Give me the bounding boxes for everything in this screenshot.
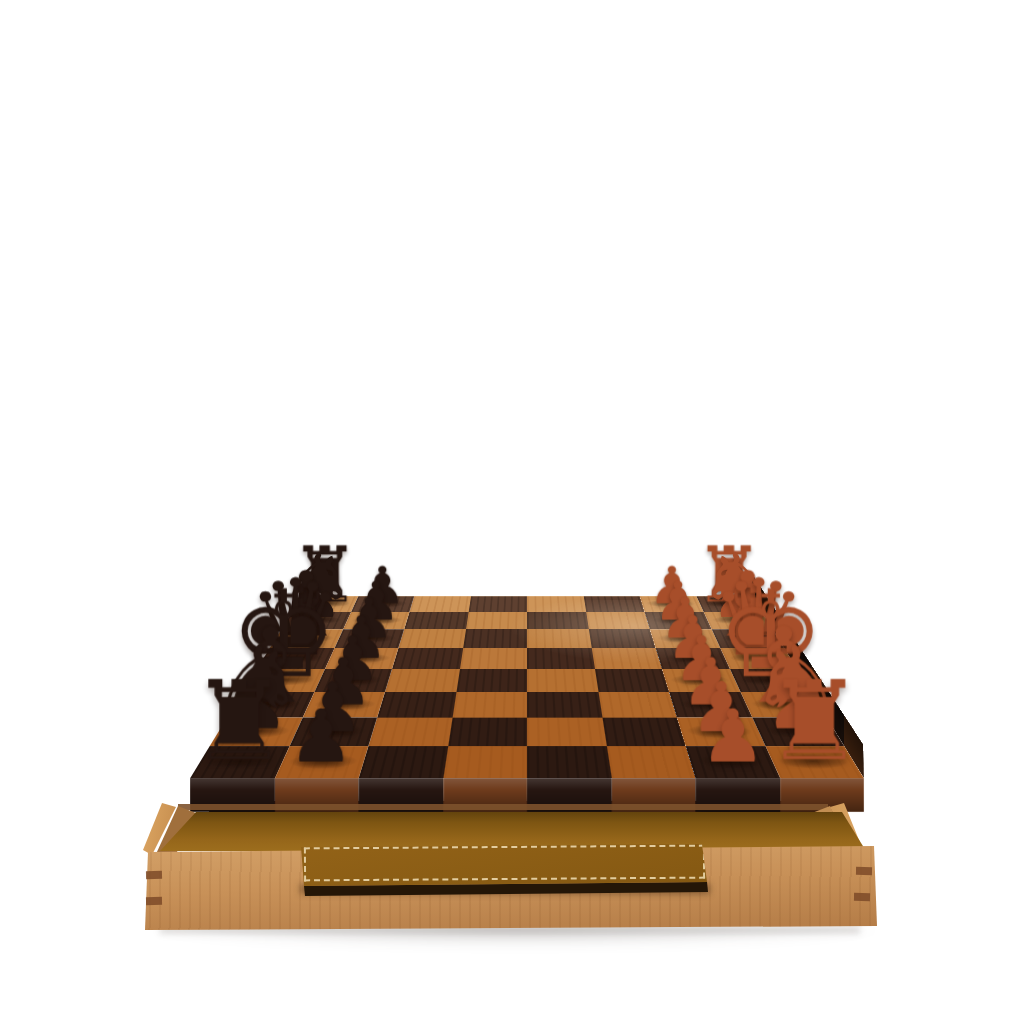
finger-joint bbox=[146, 897, 162, 905]
finger-joint bbox=[146, 871, 162, 879]
leather-handle[interactable] bbox=[294, 840, 714, 888]
handle-stitching bbox=[304, 845, 705, 882]
drawer-back-rim bbox=[178, 804, 828, 810]
finger-joint bbox=[856, 867, 872, 875]
chess-set-photo: ♜♟♟♜♞♟♟♞♝♟♟♝♛♟♟♛♚♟♟♚♝♟♟♝♞♟♟♞♜♟♟♜ bbox=[0, 0, 1024, 1024]
storage-drawer bbox=[0, 0, 1024, 1024]
finger-joint bbox=[854, 893, 870, 901]
